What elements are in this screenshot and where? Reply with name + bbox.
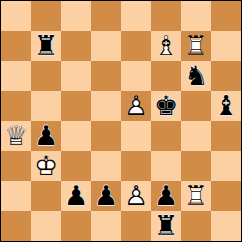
square-g4[interactable] <box>181 121 211 151</box>
square-h1[interactable] <box>211 211 241 241</box>
white-pawn-piece: ♙ <box>121 181 151 211</box>
square-d4[interactable] <box>91 121 121 151</box>
white-bishop-piece: ♗ <box>151 31 181 61</box>
square-c5[interactable] <box>61 91 91 121</box>
square-g6[interactable]: ♞ <box>181 61 211 91</box>
square-b2[interactable] <box>31 181 61 211</box>
square-a6[interactable] <box>1 61 31 91</box>
square-a3[interactable] <box>1 151 31 181</box>
square-a1[interactable] <box>1 211 31 241</box>
square-e5[interactable]: ♟♙ <box>121 91 151 121</box>
square-c7[interactable] <box>61 31 91 61</box>
square-a8[interactable] <box>1 1 31 31</box>
square-c4[interactable] <box>61 121 91 151</box>
square-f6[interactable] <box>151 61 181 91</box>
square-h3[interactable] <box>211 151 241 181</box>
white-king-piece: ♔ <box>31 151 61 181</box>
square-g1[interactable] <box>181 211 211 241</box>
square-h6[interactable] <box>211 61 241 91</box>
square-g7[interactable]: ♜♖ <box>181 31 211 61</box>
square-d3[interactable] <box>91 151 121 181</box>
square-b8[interactable] <box>31 1 61 31</box>
square-a4[interactable]: ♛♕ <box>1 121 31 151</box>
square-e8[interactable] <box>121 1 151 31</box>
square-f5[interactable]: ♚ <box>151 91 181 121</box>
square-a7[interactable] <box>1 31 31 61</box>
square-d2[interactable]: ♟ <box>91 181 121 211</box>
square-e4[interactable] <box>121 121 151 151</box>
square-b7[interactable]: ♜ <box>31 31 61 61</box>
square-b4[interactable]: ♟ <box>31 121 61 151</box>
square-c2[interactable]: ♟ <box>61 181 91 211</box>
square-f7[interactable]: ♝♗ <box>151 31 181 61</box>
square-b3[interactable]: ♚♔ <box>31 151 61 181</box>
square-f4[interactable] <box>151 121 181 151</box>
board-grid: ♜♝♗♜♖♞♟♙♚♝♛♕♟♚♔♟♟♟♙♟♜♖♜ <box>1 1 241 241</box>
square-e3[interactable] <box>121 151 151 181</box>
black-pawn-piece: ♟ <box>61 181 91 211</box>
square-h5[interactable]: ♝ <box>211 91 241 121</box>
square-e7[interactable] <box>121 31 151 61</box>
square-b5[interactable] <box>31 91 61 121</box>
square-g5[interactable] <box>181 91 211 121</box>
square-e1[interactable] <box>121 211 151 241</box>
black-pawn-piece: ♟ <box>91 181 121 211</box>
square-f2[interactable]: ♟ <box>151 181 181 211</box>
white-pawn-piece: ♙ <box>121 91 151 121</box>
square-h8[interactable] <box>211 1 241 31</box>
square-b6[interactable] <box>31 61 61 91</box>
black-king-piece: ♚ <box>151 91 181 121</box>
square-e6[interactable] <box>121 61 151 91</box>
square-c1[interactable] <box>61 211 91 241</box>
square-f8[interactable] <box>151 1 181 31</box>
black-rook-piece: ♜ <box>151 211 181 241</box>
square-c8[interactable] <box>61 1 91 31</box>
black-rook-piece: ♜ <box>31 31 61 61</box>
square-c3[interactable] <box>61 151 91 181</box>
square-f3[interactable] <box>151 151 181 181</box>
square-h7[interactable] <box>211 31 241 61</box>
square-g3[interactable] <box>181 151 211 181</box>
square-c6[interactable] <box>61 61 91 91</box>
square-d8[interactable] <box>91 1 121 31</box>
square-b1[interactable] <box>31 211 61 241</box>
square-d6[interactable] <box>91 61 121 91</box>
black-bishop-piece: ♝ <box>211 91 241 121</box>
white-rook-piece: ♖ <box>181 31 211 61</box>
white-queen-piece: ♕ <box>1 121 31 151</box>
black-knight-piece: ♞ <box>181 61 211 91</box>
square-h2[interactable] <box>211 181 241 211</box>
black-pawn-piece: ♟ <box>151 181 181 211</box>
white-rook-piece: ♖ <box>181 181 211 211</box>
square-a5[interactable] <box>1 91 31 121</box>
square-d5[interactable] <box>91 91 121 121</box>
chess-board: ♜♝♗♜♖♞♟♙♚♝♛♕♟♚♔♟♟♟♙♟♜♖♜ <box>0 0 242 242</box>
square-e2[interactable]: ♟♙ <box>121 181 151 211</box>
square-g2[interactable]: ♜♖ <box>181 181 211 211</box>
square-g8[interactable] <box>181 1 211 31</box>
black-pawn-piece: ♟ <box>31 121 61 151</box>
square-f1[interactable]: ♜ <box>151 211 181 241</box>
square-h4[interactable] <box>211 121 241 151</box>
square-d1[interactable] <box>91 211 121 241</box>
square-d7[interactable] <box>91 31 121 61</box>
square-a2[interactable] <box>1 181 31 211</box>
